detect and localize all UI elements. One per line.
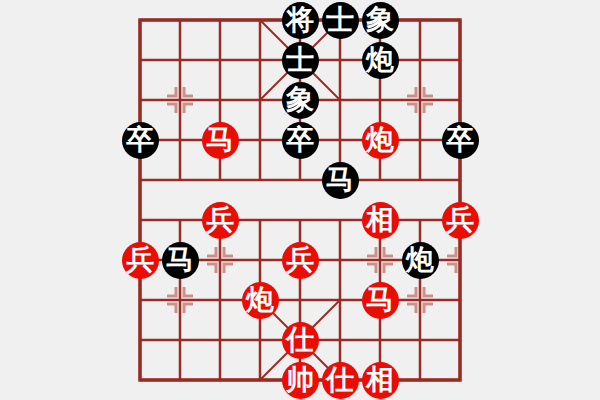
piece-red-horse-b[interactable]: 马 <box>362 282 399 319</box>
point-marker <box>384 247 393 256</box>
point-marker <box>407 87 416 96</box>
piece-black-soldier-b[interactable]: 卒 <box>282 122 319 159</box>
piece-red-soldier-b[interactable]: 兵 <box>442 202 479 239</box>
point-marker <box>184 87 193 96</box>
piece-black-elephant-a[interactable]: 象 <box>362 2 399 39</box>
piece-red-elephant-b[interactable]: 相 <box>362 362 399 399</box>
piece-red-horse-a[interactable]: 马 <box>202 122 239 159</box>
piece-black-elephant-b[interactable]: 象 <box>282 82 319 119</box>
point-marker <box>447 247 456 256</box>
piece-red-advisor-b[interactable]: 仕 <box>322 362 359 399</box>
piece-black-general[interactable]: 将 <box>282 2 319 39</box>
point-marker <box>424 104 433 113</box>
piece-red-advisor-a[interactable]: 仕 <box>282 322 319 359</box>
point-marker <box>184 104 193 113</box>
piece-black-cannon-a[interactable]: 炮 <box>362 42 399 79</box>
point-marker <box>384 264 393 273</box>
piece-black-advisor-b[interactable]: 士 <box>282 42 319 79</box>
point-marker <box>424 287 433 296</box>
point-marker <box>447 264 456 273</box>
point-marker <box>224 247 233 256</box>
piece-black-horse-a[interactable]: 马 <box>322 162 359 199</box>
piece-red-soldier-d[interactable]: 兵 <box>282 242 319 279</box>
point-marker <box>407 104 416 113</box>
point-marker <box>167 287 176 296</box>
piece-red-soldier-a[interactable]: 兵 <box>202 202 239 239</box>
piece-red-cannon-b[interactable]: 炮 <box>242 282 279 319</box>
point-marker <box>167 87 176 96</box>
point-marker <box>367 264 376 273</box>
point-marker <box>424 304 433 313</box>
point-marker <box>207 264 216 273</box>
piece-red-elephant-a[interactable]: 相 <box>362 202 399 239</box>
piece-black-soldier-a[interactable]: 卒 <box>122 122 159 159</box>
piece-red-cannon-a[interactable]: 炮 <box>362 122 399 159</box>
piece-red-soldier-c[interactable]: 兵 <box>122 242 159 279</box>
point-marker <box>184 304 193 313</box>
piece-black-cannon-b[interactable]: 炮 <box>402 242 439 279</box>
piece-black-advisor-a[interactable]: 士 <box>322 2 359 39</box>
point-marker <box>184 287 193 296</box>
piece-black-soldier-c[interactable]: 卒 <box>442 122 479 159</box>
point-marker <box>167 304 176 313</box>
piece-red-general[interactable]: 帅 <box>282 362 319 399</box>
point-marker <box>207 247 216 256</box>
point-marker <box>407 287 416 296</box>
point-marker <box>224 264 233 273</box>
point-marker <box>367 247 376 256</box>
xiangqi-board: 将士象士炮象卒马卒炮卒马兵相兵兵马兵炮炮马仕帅仕相 <box>0 0 600 400</box>
point-marker <box>424 87 433 96</box>
piece-black-horse-b[interactable]: 马 <box>162 242 199 279</box>
point-marker <box>407 304 416 313</box>
point-marker <box>167 104 176 113</box>
